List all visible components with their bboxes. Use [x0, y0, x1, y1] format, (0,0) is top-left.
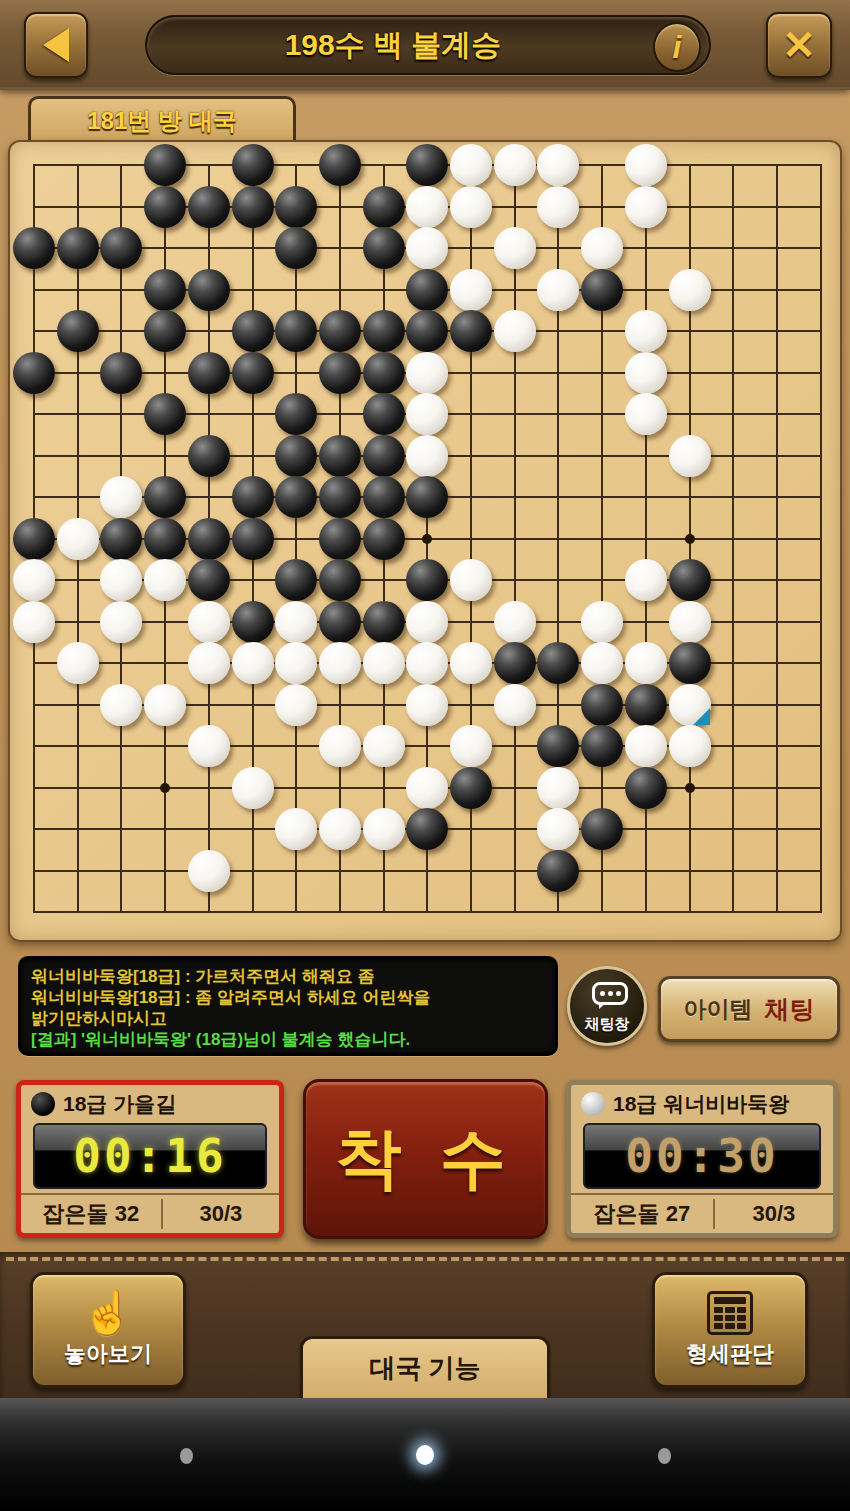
black-player-header: 18급 가을길: [21, 1085, 279, 1123]
black-stone: [188, 186, 230, 228]
nav-dot[interactable]: [180, 1448, 193, 1464]
white-stone: [406, 393, 448, 435]
black-stone: [100, 518, 142, 560]
black-stone: [669, 559, 711, 601]
white-stone: [275, 808, 317, 850]
close-button[interactable]: ✕: [766, 12, 832, 78]
chat-message: 워너비바둑왕[18급] : 가르처주면서 해줘요 좀: [31, 966, 545, 987]
white-stone: [537, 767, 579, 809]
black-stone: [363, 227, 405, 269]
white-stone: [581, 227, 623, 269]
white-player-footer: 잡은돌 27 30/3: [571, 1193, 833, 1233]
black-stone: [144, 518, 186, 560]
place-stone-button[interactable]: 착 수: [303, 1079, 548, 1239]
white-stone: [100, 601, 142, 643]
black-stone: [144, 476, 186, 518]
black-stone: [581, 269, 623, 311]
android-nav-bar: [0, 1398, 850, 1511]
info-button[interactable]: i: [653, 22, 701, 72]
white-stone: [625, 186, 667, 228]
white-stone: [450, 642, 492, 684]
black-stone: [363, 310, 405, 352]
black-stone: [275, 476, 317, 518]
white-stone: [13, 601, 55, 643]
black-stone: [144, 186, 186, 228]
back-button[interactable]: [24, 12, 88, 78]
bottom-bar: ☝ 놓아보기 대국 기능 형세판단: [0, 1252, 850, 1398]
white-stone: [625, 559, 667, 601]
chat-box: 워너비바둑왕[18급] : 가르처주면서 해줘요 좀워너비바둑왕[18급] : …: [18, 956, 558, 1056]
black-stone: [275, 393, 317, 435]
black-stone: [13, 352, 55, 394]
black-stone: [188, 352, 230, 394]
black-stone: [275, 435, 317, 477]
black-player-panel: 18급 가을길 00:16 잡은돌 32 30/3: [16, 1080, 284, 1238]
white-stone: [57, 642, 99, 684]
white-stone: [275, 684, 317, 726]
black-stone: [581, 684, 623, 726]
chat-window-button[interactable]: 채팅창: [567, 966, 647, 1046]
black-stone: [363, 518, 405, 560]
black-stone: [100, 352, 142, 394]
try-moves-button[interactable]: ☝ 놓아보기: [30, 1272, 186, 1388]
white-player-name: 18급 워너비바둑왕: [613, 1090, 789, 1118]
star-point: [160, 783, 170, 793]
black-stone: [319, 310, 361, 352]
black-stone: [363, 393, 405, 435]
item-chat-button[interactable]: 아이템 채팅: [658, 976, 840, 1042]
black-stone: [188, 435, 230, 477]
black-stone: [406, 476, 448, 518]
white-stone: [625, 352, 667, 394]
white-stone: [232, 767, 274, 809]
black-stone: [450, 767, 492, 809]
black-stone: [188, 269, 230, 311]
star-point: [422, 534, 432, 544]
black-stone: [144, 310, 186, 352]
white-stone: [363, 725, 405, 767]
black-stone: [144, 144, 186, 186]
black-stone-icon: [31, 1092, 55, 1116]
white-stone: [319, 808, 361, 850]
black-stone: [537, 642, 579, 684]
white-stone: [406, 684, 448, 726]
black-player-name: 18급 가을길: [63, 1090, 176, 1118]
black-stone: [188, 518, 230, 560]
white-stone: [625, 393, 667, 435]
black-stone: [275, 227, 317, 269]
black-stone: [537, 725, 579, 767]
calculator-icon: [707, 1291, 753, 1335]
black-stone: [275, 310, 317, 352]
black-stone: [57, 310, 99, 352]
chat-label: 채팅: [765, 993, 815, 1026]
room-tab: 181번 방 대국: [28, 96, 296, 142]
black-stone: [406, 310, 448, 352]
white-stone: [669, 725, 711, 767]
white-stone: [669, 684, 711, 726]
black-timer-value: 00:16: [73, 1129, 226, 1183]
white-stone: [406, 186, 448, 228]
black-stone: [406, 269, 448, 311]
white-stone: [581, 642, 623, 684]
white-stone: [669, 269, 711, 311]
white-stone: [625, 144, 667, 186]
pointing-hand-icon: ☝: [82, 1291, 134, 1335]
white-stone: [406, 435, 448, 477]
white-stone: [581, 601, 623, 643]
star-point: [685, 534, 695, 544]
black-stone: [232, 352, 274, 394]
white-stone: [406, 767, 448, 809]
black-stone: [406, 144, 448, 186]
white-stone: [537, 186, 579, 228]
black-stone: [581, 808, 623, 850]
white-stone: [669, 601, 711, 643]
white-stone: [406, 601, 448, 643]
black-stone: [232, 186, 274, 228]
white-stone: [494, 601, 536, 643]
black-stone: [319, 518, 361, 560]
black-stone: [319, 435, 361, 477]
white-stone: [13, 559, 55, 601]
chat-window-label: 채팅창: [570, 1015, 644, 1034]
white-stone: [188, 725, 230, 767]
white-stone: [188, 642, 230, 684]
white-stone: [406, 642, 448, 684]
white-stone-icon: [581, 1092, 605, 1116]
white-stone: [100, 559, 142, 601]
black-captures: 잡은돌 32: [21, 1199, 163, 1229]
white-stone: [57, 518, 99, 560]
white-stone: [144, 684, 186, 726]
black-stone: [319, 144, 361, 186]
black-stone: [232, 518, 274, 560]
black-stone: [319, 476, 361, 518]
black-stone: [669, 642, 711, 684]
black-stone: [232, 144, 274, 186]
white-stone: [450, 269, 492, 311]
chat-message: [결과] '워너비바둑왕' (18급)님이 불계승 했습니다.: [31, 1029, 545, 1050]
black-stone: [450, 310, 492, 352]
black-time-setting: 30/3: [163, 1201, 279, 1227]
chat-message: 밝기만하시마시고: [31, 1008, 545, 1029]
white-time-setting: 30/3: [715, 1201, 833, 1227]
white-stone: [537, 808, 579, 850]
chat-message: 워너비바둑왕[18급] : 좀 알려주면서 하세요 어린싹을: [31, 987, 545, 1008]
black-stone: [625, 767, 667, 809]
star-point: [685, 783, 695, 793]
back-arrow-icon: [43, 28, 69, 62]
white-stone: [363, 642, 405, 684]
header: 198수 백 불계승 i ✕: [0, 0, 850, 90]
black-stone: [581, 725, 623, 767]
white-stone: [537, 144, 579, 186]
black-stone: [144, 269, 186, 311]
white-stone: [319, 642, 361, 684]
black-stone: [319, 559, 361, 601]
white-timer: 00:30: [583, 1123, 821, 1189]
page-title: 198수 백 불계승: [147, 17, 639, 73]
white-stone: [450, 186, 492, 228]
white-timer-value: 00:30: [625, 1129, 778, 1183]
black-stone: [363, 601, 405, 643]
black-stone: [363, 186, 405, 228]
go-board[interactable]: [8, 140, 842, 942]
white-stone: [406, 227, 448, 269]
white-stone: [188, 601, 230, 643]
last-move-marker: [693, 708, 710, 725]
black-stone: [625, 684, 667, 726]
white-stone: [275, 601, 317, 643]
white-stone: [188, 850, 230, 892]
black-stone: [13, 227, 55, 269]
white-stone: [100, 684, 142, 726]
white-stone: [494, 144, 536, 186]
white-stone: [494, 684, 536, 726]
white-stone: [625, 725, 667, 767]
black-stone: [406, 808, 448, 850]
black-stone: [363, 352, 405, 394]
white-stone: [406, 352, 448, 394]
black-stone: [57, 227, 99, 269]
black-stone: [232, 310, 274, 352]
white-stone: [232, 642, 274, 684]
black-stone: [363, 476, 405, 518]
white-stone: [494, 310, 536, 352]
black-stone: [275, 186, 317, 228]
black-stone: [406, 559, 448, 601]
black-stone: [144, 393, 186, 435]
white-stone: [450, 144, 492, 186]
black-stone: [537, 850, 579, 892]
white-captures: 잡은돌 27: [571, 1199, 715, 1229]
white-stone: [537, 269, 579, 311]
title-plate: 198수 백 불계승 i: [145, 15, 711, 75]
black-player-footer: 잡은돌 32 30/3: [21, 1193, 279, 1233]
nav-dot-active[interactable]: [416, 1445, 434, 1465]
white-stone: [319, 725, 361, 767]
white-stone: [363, 808, 405, 850]
black-stone: [13, 518, 55, 560]
black-timer: 00:16: [33, 1123, 267, 1189]
item-label: 아이템: [684, 994, 753, 1025]
black-stone: [100, 227, 142, 269]
black-stone: [363, 435, 405, 477]
white-player-header: 18급 워너비바둑왕: [571, 1085, 833, 1123]
black-stone: [232, 601, 274, 643]
judge-position-button[interactable]: 형세판단: [652, 1272, 808, 1388]
speech-bubble-icon: [592, 982, 628, 1005]
app-root: 198수 백 불계승 i ✕ 181번 방 대국 워너비바둑왕[18급] : 가…: [0, 0, 850, 1511]
black-stone: [232, 476, 274, 518]
nav-dot[interactable]: [658, 1448, 671, 1464]
white-stone: [625, 310, 667, 352]
white-stone: [144, 559, 186, 601]
stitch-line: [6, 1257, 844, 1261]
black-stone: [319, 352, 361, 394]
white-stone: [275, 642, 317, 684]
black-stone: [494, 642, 536, 684]
black-stone: [275, 559, 317, 601]
white-stone: [450, 559, 492, 601]
white-stone: [494, 227, 536, 269]
black-stone: [319, 601, 361, 643]
white-stone: [100, 476, 142, 518]
white-stone: [669, 435, 711, 477]
white-stone: [625, 642, 667, 684]
white-stone: [450, 725, 492, 767]
black-stone: [188, 559, 230, 601]
white-player-panel: 18급 워너비바둑왕 00:30 잡은돌 27 30/3: [566, 1080, 838, 1238]
